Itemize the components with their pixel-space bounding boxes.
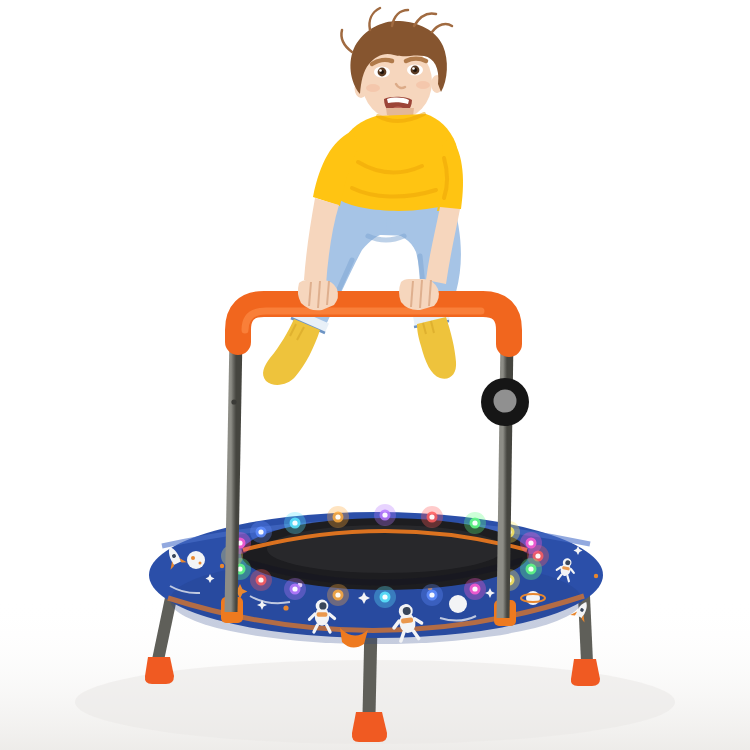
cheek-blush (416, 81, 430, 89)
speaker-center (494, 390, 517, 413)
led-light (374, 504, 396, 526)
led-light (284, 578, 306, 600)
speaker (481, 378, 529, 426)
pole-left (231, 336, 236, 612)
moon-doodle (187, 551, 205, 569)
led-light (327, 584, 349, 606)
led-light (327, 506, 349, 528)
jumping-mat (241, 518, 529, 590)
led-light (250, 521, 272, 543)
led-light (421, 584, 443, 606)
led-light (374, 586, 396, 608)
led-light (250, 569, 272, 591)
rubber-foot (145, 657, 174, 684)
led-light (421, 506, 443, 528)
rubber-foot (571, 659, 600, 686)
product-photo (0, 0, 750, 750)
cheek-blush (366, 84, 380, 92)
led-light (464, 512, 486, 534)
led-light (464, 578, 486, 600)
led-light (284, 512, 306, 534)
moon-doodle (449, 595, 467, 613)
hand-right (399, 279, 439, 310)
rubber-foot (352, 712, 387, 742)
height-adjust-button (231, 399, 236, 404)
led-light (520, 558, 542, 580)
led-light (520, 532, 542, 554)
